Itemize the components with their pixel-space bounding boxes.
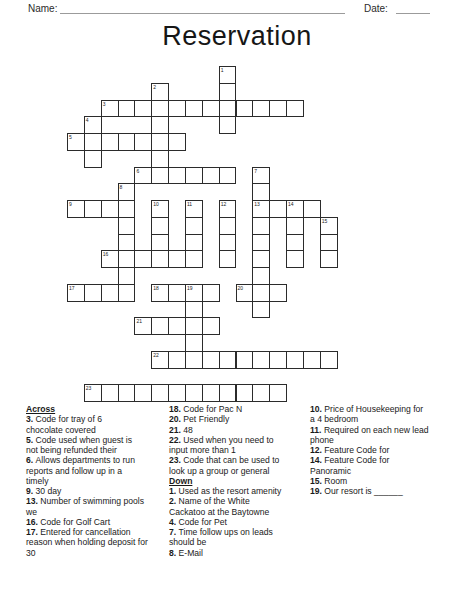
cell-number-19: 19 xyxy=(187,285,193,291)
grid-cell-r15c6[interactable] xyxy=(168,317,186,335)
cell-number-18: 18 xyxy=(153,285,159,291)
cell-number-11: 11 xyxy=(187,201,192,207)
cell-number-16: 16 xyxy=(103,251,109,257)
cell-number-17: 17 xyxy=(69,285,75,291)
grid-cell-r11c7[interactable] xyxy=(185,250,203,268)
grid-cell-r8c2[interactable] xyxy=(101,200,119,218)
grid-cell-r7c3[interactable]: 8 xyxy=(118,183,136,201)
grid-cell-r2c2[interactable]: 3 xyxy=(101,100,119,118)
grid-cell-r8c7[interactable]: 11 xyxy=(185,200,203,218)
clue-text: Room xyxy=(324,476,347,486)
grid-cell-r15c4[interactable]: 21 xyxy=(134,317,152,335)
clue-text: Code that can be used to look up a group… xyxy=(169,455,279,475)
grid-cell-r7c11[interactable] xyxy=(252,183,270,201)
clue-text: 48 xyxy=(183,425,193,435)
clue-across-21: 21. 48 xyxy=(169,425,315,435)
grid-cell-r0c9[interactable]: 1 xyxy=(219,66,237,84)
grid-cell-r19c10[interactable] xyxy=(236,384,254,402)
clue-across-6: 6. Allows departments to run reports and… xyxy=(26,455,174,486)
grid-cell-r6c4[interactable]: 6 xyxy=(134,167,152,185)
clue-down-10: 10. Price of Housekeeping for a 4 bedroo… xyxy=(310,404,466,425)
grid-cell-r11c11[interactable] xyxy=(252,250,270,268)
grid-cell-r17c5[interactable]: 22 xyxy=(151,351,169,369)
crossword-worksheet: Name: Date: Reservation 1234567891011121… xyxy=(0,0,474,613)
grid-cell-r4c3[interactable] xyxy=(118,133,136,151)
grid-cell-r10c11[interactable] xyxy=(252,234,270,252)
clue-number: 5. xyxy=(26,435,36,445)
crossword-grid: 1234567891011121314151617181920212223 xyxy=(0,0,474,405)
grid-cell-r13c7[interactable]: 19 xyxy=(185,284,203,302)
clue-number: 19. xyxy=(310,486,324,496)
grid-cell-r11c13[interactable] xyxy=(286,250,304,268)
clue-down-4: 4. Code for Pet xyxy=(169,517,315,527)
clue-across-16: 16. Code for Golf Cart xyxy=(26,517,174,527)
grid-cell-r19c7[interactable] xyxy=(185,384,203,402)
clue-text: Used when you need to input more than 1 xyxy=(169,435,274,455)
grid-cell-r11c15[interactable] xyxy=(320,250,338,268)
grid-cell-r9c9[interactable] xyxy=(219,217,237,235)
across-header: Across xyxy=(26,404,174,414)
grid-cell-r17c12[interactable] xyxy=(269,351,287,369)
clues-column-3: 10. Price of Housekeeping for a 4 bedroo… xyxy=(310,404,466,496)
grid-cell-r8c3[interactable] xyxy=(118,200,136,218)
grid-cell-r19c6[interactable] xyxy=(168,384,186,402)
grid-cell-r19c11[interactable] xyxy=(252,384,270,402)
clues-column-2: 18. Code for Pac N20. Pet Friendly21. 48… xyxy=(169,404,315,558)
clue-down-1: 1. Used as the resort amenity xyxy=(169,486,315,496)
grid-cell-r9c11[interactable] xyxy=(252,217,270,235)
clue-number: 13. xyxy=(26,496,40,506)
grid-cell-r13c6[interactable] xyxy=(168,284,186,302)
grid-cell-r6c9[interactable] xyxy=(219,167,237,185)
clue-number: 11. xyxy=(310,425,324,435)
clue-down-14: 14. Feature Code for Panoramic xyxy=(310,455,466,476)
clue-text: 30 day xyxy=(36,486,62,496)
clue-number: 9. xyxy=(26,486,36,496)
clue-number: 17. xyxy=(26,527,40,537)
grid-cell-r8c1[interactable] xyxy=(84,200,102,218)
clue-number: 15. xyxy=(310,476,324,486)
grid-cell-r14c7[interactable] xyxy=(185,301,203,319)
grid-cell-r2c10[interactable] xyxy=(236,100,254,118)
grid-cell-r15c7[interactable] xyxy=(185,317,203,335)
grid-cell-r10c15[interactable] xyxy=(320,234,338,252)
grid-cell-r3c1[interactable]: 4 xyxy=(84,116,102,134)
grid-cell-r11c6[interactable] xyxy=(168,250,186,268)
clue-text: Code for Pac N xyxy=(183,404,242,414)
grid-cell-r13c5[interactable]: 18 xyxy=(151,284,169,302)
cell-number-20: 20 xyxy=(238,285,244,291)
cell-number-5: 5 xyxy=(69,134,72,140)
clue-text: E-Mail xyxy=(179,548,203,558)
clue-text: Our resort is ______ xyxy=(324,486,402,496)
clue-down-2: 2. Name of the White Cackatoo at the Bay… xyxy=(169,496,315,517)
clue-text: Code for tray of 6 chocolate covered xyxy=(26,414,102,434)
grid-cell-r9c3[interactable] xyxy=(118,217,136,235)
clue-number: 21. xyxy=(169,425,183,435)
clue-across-20: 20. Pet Friendly xyxy=(169,414,315,424)
clue-across-18: 18. Code for Pac N xyxy=(169,404,315,414)
grid-cell-r2c7[interactable] xyxy=(185,100,203,118)
grid-cell-r12c3[interactable] xyxy=(118,267,136,285)
cell-number-10: 10 xyxy=(153,201,159,207)
clue-number: 7. xyxy=(169,527,179,537)
grid-cell-r8c12[interactable] xyxy=(269,200,287,218)
grid-cell-r19c12[interactable] xyxy=(269,384,287,402)
cell-number-14: 14 xyxy=(288,201,294,207)
grid-cell-r9c13[interactable] xyxy=(286,217,304,235)
clue-number: 18. xyxy=(169,404,183,414)
clue-text: Name of the White Cackatoo at the Baytow… xyxy=(169,496,269,516)
cell-number-1: 1 xyxy=(221,67,224,73)
grid-cell-r10c13[interactable] xyxy=(286,234,304,252)
grid-cell-r1c5[interactable]: 2 xyxy=(151,83,169,101)
grid-cell-r10c5[interactable] xyxy=(151,234,169,252)
clues-column-1: Across3. Code for tray of 6 chocolate co… xyxy=(26,404,174,558)
grid-cell-r4c0[interactable]: 5 xyxy=(67,133,85,151)
grid-cell-r2c4[interactable] xyxy=(134,100,152,118)
clue-text: Code used when guest is not being refund… xyxy=(26,435,132,455)
grid-cell-r13c0[interactable]: 17 xyxy=(67,284,85,302)
grid-cell-r2c12[interactable] xyxy=(269,100,287,118)
grid-cell-r4c5[interactable] xyxy=(151,133,169,151)
clue-text: Price of Housekeeping for a 4 bedroom xyxy=(310,404,423,424)
clue-across-23: 23. Code that can be used to look up a g… xyxy=(169,455,315,476)
grid-cell-r17c7[interactable] xyxy=(185,351,203,369)
clue-number: 14. xyxy=(310,455,324,465)
clue-down-7: 7. Time follow ups on leads should be xyxy=(169,527,315,548)
clue-text: Required on each new lead phone xyxy=(310,425,429,445)
grid-cell-r17c15[interactable] xyxy=(320,351,338,369)
grid-cell-r8c9[interactable]: 12 xyxy=(219,200,237,218)
clue-text: Allows departments to run reports and fo… xyxy=(26,455,135,486)
cell-number-22: 22 xyxy=(153,352,159,358)
clue-down-15: 15. Room xyxy=(310,476,466,486)
grid-cell-r19c4[interactable] xyxy=(134,384,152,402)
clue-text: Time follow ups on leads should be xyxy=(169,527,273,547)
clue-down-8: 8. E-Mail xyxy=(169,548,315,558)
grid-cell-r6c5[interactable] xyxy=(151,167,169,185)
grid-cell-r12c11[interactable] xyxy=(252,267,270,285)
grid-cell-r15c5[interactable] xyxy=(151,317,169,335)
grid-cell-r13c12[interactable] xyxy=(269,284,287,302)
grid-cell-r17c6[interactable] xyxy=(168,351,186,369)
grid-cell-r9c7[interactable] xyxy=(185,217,203,235)
grid-cell-r4c6[interactable] xyxy=(168,133,186,151)
clue-number: 1. xyxy=(169,486,179,496)
clue-number: 12. xyxy=(310,445,324,455)
grid-cell-r9c15[interactable]: 15 xyxy=(320,217,338,235)
grid-cell-r19c9[interactable] xyxy=(219,384,237,402)
grid-cell-r11c2[interactable]: 16 xyxy=(101,250,119,268)
grid-cell-r13c1[interactable] xyxy=(84,284,102,302)
cell-number-3: 3 xyxy=(103,101,106,107)
cell-number-8: 8 xyxy=(120,184,123,190)
grid-cell-r3c9[interactable] xyxy=(219,116,237,134)
cell-number-7: 7 xyxy=(254,168,257,174)
grid-cell-r13c10[interactable]: 20 xyxy=(236,284,254,302)
grid-cell-r19c3[interactable] xyxy=(118,384,136,402)
grid-cell-r1c9[interactable] xyxy=(219,83,237,101)
down-header: Down xyxy=(169,476,315,486)
grid-cell-r8c14[interactable] xyxy=(303,200,321,218)
cell-number-13: 13 xyxy=(254,201,260,207)
grid-cell-r6c11[interactable]: 7 xyxy=(252,167,270,185)
grid-cell-r17c11[interactable] xyxy=(252,351,270,369)
grid-cell-r19c5[interactable] xyxy=(151,384,169,402)
grid-cell-r2c9[interactable] xyxy=(219,100,237,118)
clue-across-13: 13. Number of swimming pools we xyxy=(26,496,174,517)
cell-number-2: 2 xyxy=(153,84,156,90)
clue-number: 10. xyxy=(310,404,324,414)
clue-down-12: 12. Feature Code for xyxy=(310,445,466,455)
clue-text: Used as the resort amenity xyxy=(179,486,282,496)
grid-cell-r19c1[interactable]: 23 xyxy=(84,384,102,402)
grid-cell-r19c2[interactable] xyxy=(101,384,119,402)
cell-number-15: 15 xyxy=(322,218,328,224)
grid-cell-r14c11[interactable] xyxy=(252,301,270,319)
clue-number: 20. xyxy=(169,414,183,424)
grid-cell-r17c8[interactable] xyxy=(202,351,220,369)
clue-text: Feature Code for xyxy=(324,445,389,455)
clue-text: Code for Pet xyxy=(179,517,227,527)
cell-number-12: 12 xyxy=(221,201,227,207)
grid-cell-r10c7[interactable] xyxy=(185,234,203,252)
grid-cell-r11c4[interactable] xyxy=(134,250,152,268)
clue-across-3: 3. Code for tray of 6 chocolate covered xyxy=(26,414,174,435)
grid-cell-r2c13[interactable] xyxy=(286,100,304,118)
grid-cell-r4c1[interactable] xyxy=(84,133,102,151)
cell-number-21: 21 xyxy=(136,318,142,324)
cell-number-9: 9 xyxy=(69,201,72,207)
grid-cell-r6c8[interactable] xyxy=(202,167,220,185)
grid-cell-r11c9[interactable] xyxy=(219,250,237,268)
clue-text: Entered for cancellation reason when hol… xyxy=(26,527,148,558)
grid-cell-r2c5[interactable] xyxy=(151,100,169,118)
clue-number: 23. xyxy=(169,455,183,465)
clue-number: 4. xyxy=(169,517,179,527)
grid-cell-r4c2[interactable] xyxy=(101,133,119,151)
grid-cell-r11c3[interactable] xyxy=(118,250,136,268)
clue-text: Number of swimming pools we xyxy=(26,496,144,516)
clue-text: Pet Friendly xyxy=(183,414,229,424)
grid-cell-r2c3[interactable] xyxy=(118,100,136,118)
clue-number: 6. xyxy=(26,455,36,465)
clue-number: 16. xyxy=(26,517,40,527)
grid-cell-r10c3[interactable] xyxy=(118,234,136,252)
grid-cell-r9c5[interactable] xyxy=(151,217,169,235)
cell-number-6: 6 xyxy=(136,168,139,174)
grid-cell-r6c7[interactable] xyxy=(185,167,203,185)
grid-cell-r13c8[interactable] xyxy=(202,284,220,302)
grid-cell-r16c7[interactable] xyxy=(185,334,203,352)
grid-cell-r13c3[interactable] xyxy=(118,284,136,302)
grid-cell-r8c5[interactable]: 10 xyxy=(151,200,169,218)
clue-across-17: 17. Entered for cancellation reason when… xyxy=(26,527,174,558)
grid-cell-r5c5[interactable] xyxy=(151,150,169,168)
grid-cell-r10c9[interactable] xyxy=(219,234,237,252)
grid-cell-r2c11[interactable] xyxy=(252,100,270,118)
grid-cell-r15c8[interactable] xyxy=(202,317,220,335)
grid-cell-r2c8[interactable] xyxy=(202,100,220,118)
grid-cell-r5c1[interactable] xyxy=(84,150,102,168)
clue-across-22: 22. Used when you need to input more tha… xyxy=(169,435,315,456)
clue-across-5: 5. Code used when guest is not being ref… xyxy=(26,435,174,456)
clue-number: 3. xyxy=(26,414,36,424)
clue-number: 22. xyxy=(169,435,183,445)
grid-cell-r8c0[interactable]: 9 xyxy=(67,200,85,218)
grid-cell-r17c10[interactable] xyxy=(236,351,254,369)
clue-number: 2. xyxy=(169,496,179,506)
grid-cell-r11c5[interactable] xyxy=(151,250,169,268)
grid-cell-r8c11[interactable]: 13 xyxy=(252,200,270,218)
grid-cell-r17c13[interactable] xyxy=(286,351,304,369)
cell-number-23: 23 xyxy=(86,385,92,391)
clue-down-19: 19. Our resort is ______ xyxy=(310,486,466,496)
clue-down-11: 11. Required on each new lead phone xyxy=(310,425,466,446)
grid-cell-r2c6[interactable] xyxy=(168,100,186,118)
grid-cell-r13c11[interactable] xyxy=(252,284,270,302)
clue-text: Code for Golf Cart xyxy=(40,517,110,527)
clue-across-9: 9. 30 day xyxy=(26,486,174,496)
grid-cell-r17c9[interactable] xyxy=(219,351,237,369)
grid-cell-r19c8[interactable] xyxy=(202,384,220,402)
cell-number-4: 4 xyxy=(86,117,89,123)
grid-cell-r4c4[interactable] xyxy=(134,133,152,151)
grid-cell-r3c5[interactable] xyxy=(151,116,169,134)
grid-cell-r8c13[interactable]: 14 xyxy=(286,200,304,218)
grid-cell-r6c6[interactable] xyxy=(168,167,186,185)
grid-cell-r13c2[interactable] xyxy=(101,284,119,302)
grid-cell-r17c14[interactable] xyxy=(303,351,321,369)
clue-number: 8. xyxy=(169,548,179,558)
